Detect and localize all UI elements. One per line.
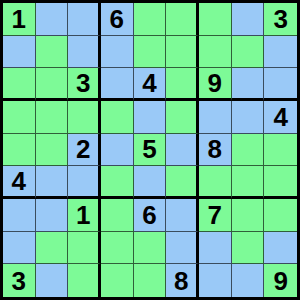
sudoku-cell-r4c8[interactable] [232, 101, 265, 134]
given-digit: 8 [208, 136, 222, 162]
sudoku-cell-r3c9[interactable] [264, 68, 297, 101]
sudoku-cell-r9c8[interactable] [232, 264, 265, 297]
sudoku-cell-r9c7[interactable] [199, 264, 232, 297]
sudoku-cell-r4c3[interactable] [68, 101, 101, 134]
sudoku-cell-r3c2[interactable] [36, 68, 69, 101]
sudoku-cell-r3c3[interactable]: 3 [68, 68, 101, 101]
sudoku-cell-r9c9[interactable]: 9 [264, 264, 297, 297]
sudoku-cell-r5c9[interactable] [264, 134, 297, 167]
sudoku-cell-r5c8[interactable] [232, 134, 265, 167]
given-digit: 6 [142, 202, 156, 228]
sudoku-cell-r4c2[interactable] [36, 101, 69, 134]
sudoku-cell-r4c1[interactable] [3, 101, 36, 134]
sudoku-cell-r1c7[interactable] [199, 3, 232, 36]
given-digit: 4 [273, 104, 287, 130]
sudoku-cell-r6c3[interactable] [68, 166, 101, 199]
sudoku-cell-r1c3[interactable] [68, 3, 101, 36]
sudoku-cell-r5c7[interactable]: 8 [199, 134, 232, 167]
sudoku-cell-r2c4[interactable] [101, 36, 134, 69]
given-digit: 8 [174, 268, 188, 294]
sudoku-cell-r6c9[interactable] [264, 166, 297, 199]
given-digit: 3 [273, 6, 287, 32]
given-digit: 3 [76, 70, 90, 96]
sudoku-cell-r3c4[interactable] [101, 68, 134, 101]
sudoku-cell-r1c6[interactable] [166, 3, 199, 36]
sudoku-cell-r3c6[interactable] [166, 68, 199, 101]
sudoku-cell-r1c5[interactable] [134, 3, 167, 36]
sudoku-cell-r7c3[interactable]: 1 [68, 199, 101, 232]
sudoku-cell-r6c1[interactable]: 4 [3, 166, 36, 199]
sudoku-cell-r5c3[interactable]: 2 [68, 134, 101, 167]
sudoku-cell-r1c2[interactable] [36, 3, 69, 36]
sudoku-cell-r2c3[interactable] [68, 36, 101, 69]
sudoku-cell-r6c8[interactable] [232, 166, 265, 199]
sudoku-cell-r1c9[interactable]: 3 [264, 3, 297, 36]
sudoku-cell-r9c5[interactable] [134, 264, 167, 297]
sudoku-cell-r2c5[interactable] [134, 36, 167, 69]
sudoku-cell-r7c2[interactable] [36, 199, 69, 232]
given-digit: 4 [12, 168, 26, 194]
sudoku-cell-r6c5[interactable] [134, 166, 167, 199]
sudoku-cell-r7c5[interactable]: 6 [134, 199, 167, 232]
sudoku-cell-r2c2[interactable] [36, 36, 69, 69]
sudoku-cell-r9c4[interactable] [101, 264, 134, 297]
sudoku-cell-r6c6[interactable] [166, 166, 199, 199]
given-digit: 6 [110, 6, 124, 32]
sudoku-cell-r5c6[interactable] [166, 134, 199, 167]
sudoku-cell-r3c5[interactable]: 4 [134, 68, 167, 101]
sudoku-cell-r6c2[interactable] [36, 166, 69, 199]
sudoku-cell-r2c6[interactable] [166, 36, 199, 69]
sudoku-cell-r2c7[interactable] [199, 36, 232, 69]
sudoku-cell-r6c7[interactable] [199, 166, 232, 199]
sudoku-cell-r2c1[interactable] [3, 36, 36, 69]
sudoku-cell-r3c1[interactable] [3, 68, 36, 101]
sudoku-cell-r8c7[interactable] [199, 232, 232, 265]
sudoku-cell-r2c9[interactable] [264, 36, 297, 69]
sudoku-cell-r8c9[interactable] [264, 232, 297, 265]
sudoku-cell-r5c5[interactable]: 5 [134, 134, 167, 167]
sudoku-cell-r1c1[interactable]: 1 [3, 3, 36, 36]
given-digit: 1 [12, 6, 26, 32]
sudoku-cell-r8c4[interactable] [101, 232, 134, 265]
given-digit: 5 [142, 136, 156, 162]
sudoku-cell-r9c2[interactable] [36, 264, 69, 297]
given-digit: 3 [12, 268, 26, 294]
sudoku-cell-r4c5[interactable] [134, 101, 167, 134]
sudoku-cell-r4c9[interactable]: 4 [264, 101, 297, 134]
sudoku-cell-r4c7[interactable] [199, 101, 232, 134]
sudoku-cell-r4c4[interactable] [101, 101, 134, 134]
sudoku-cell-r1c4[interactable]: 6 [101, 3, 134, 36]
sudoku-cell-r5c1[interactable] [3, 134, 36, 167]
sudoku-cell-r7c9[interactable] [264, 199, 297, 232]
sudoku-cell-r8c6[interactable] [166, 232, 199, 265]
sudoku-cell-r3c8[interactable] [232, 68, 265, 101]
sudoku-cell-r8c3[interactable] [68, 232, 101, 265]
sudoku-cell-r9c3[interactable] [68, 264, 101, 297]
sudoku-cell-r9c6[interactable]: 8 [166, 264, 199, 297]
given-digit: 1 [76, 202, 90, 228]
given-digit: 9 [273, 268, 287, 294]
sudoku-cell-r1c8[interactable] [232, 3, 265, 36]
given-digit: 7 [208, 202, 222, 228]
given-digit: 2 [76, 136, 90, 162]
sudoku-cell-r8c5[interactable] [134, 232, 167, 265]
sudoku-cell-r7c7[interactable]: 7 [199, 199, 232, 232]
sudoku-cell-r6c4[interactable] [101, 166, 134, 199]
given-digit: 9 [208, 70, 222, 96]
sudoku-cell-r8c1[interactable] [3, 232, 36, 265]
sudoku-cell-r4c6[interactable] [166, 101, 199, 134]
sudoku-board: 16334942584167389 [0, 0, 300, 300]
sudoku-cell-r5c4[interactable] [101, 134, 134, 167]
sudoku-cell-r8c8[interactable] [232, 232, 265, 265]
given-digit: 4 [142, 70, 156, 96]
sudoku-cell-r7c1[interactable] [3, 199, 36, 232]
sudoku-cell-r7c4[interactable] [101, 199, 134, 232]
sudoku-cell-r7c6[interactable] [166, 199, 199, 232]
sudoku-cell-r5c2[interactable] [36, 134, 69, 167]
sudoku-cell-r8c2[interactable] [36, 232, 69, 265]
sudoku-cell-r2c8[interactable] [232, 36, 265, 69]
sudoku-cell-r9c1[interactable]: 3 [3, 264, 36, 297]
sudoku-cell-r3c7[interactable]: 9 [199, 68, 232, 101]
sudoku-cell-r7c8[interactable] [232, 199, 265, 232]
